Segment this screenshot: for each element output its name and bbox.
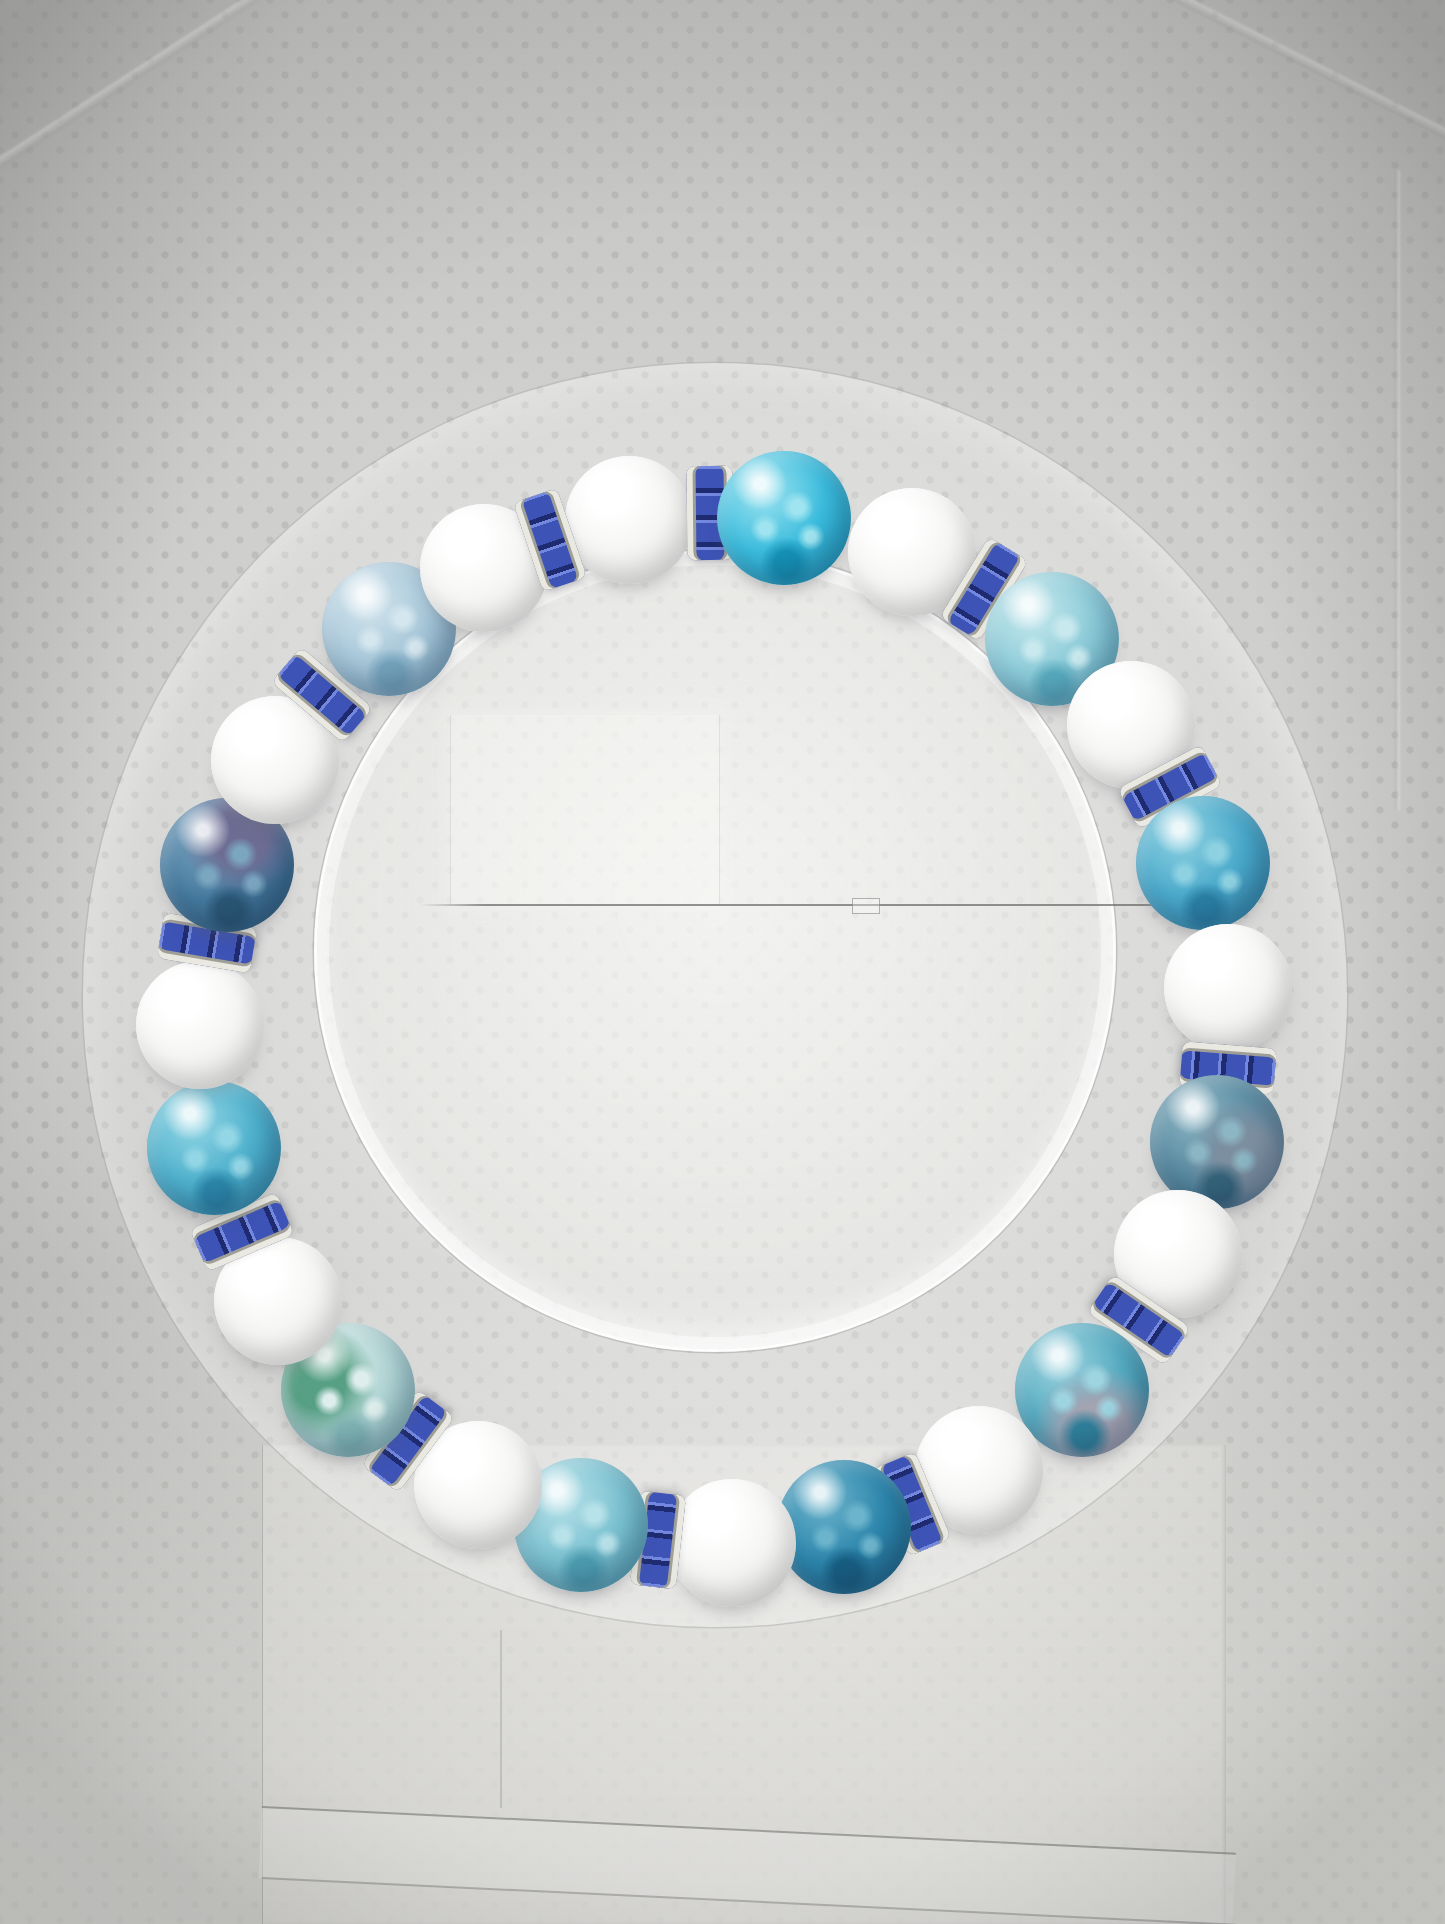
white-glass-bead — [1164, 924, 1292, 1052]
white-glass-bead — [565, 456, 693, 584]
white-glass-bead — [668, 1479, 796, 1607]
teal-gray-crackle-bead — [1015, 1323, 1149, 1457]
beaded-bracelet — [0, 0, 1445, 1924]
turquoise-crackle-bead — [717, 451, 851, 585]
white-glass-bead — [136, 961, 264, 1089]
slate-teal-crackle-bead — [1150, 1075, 1284, 1209]
photo-of-bracelet-on-display-stand — [0, 0, 1445, 1924]
teal-crackle-bead — [147, 1081, 281, 1215]
teal-crackle-bead — [1136, 796, 1270, 930]
deep-teal-crackle-bead — [777, 1460, 911, 1594]
